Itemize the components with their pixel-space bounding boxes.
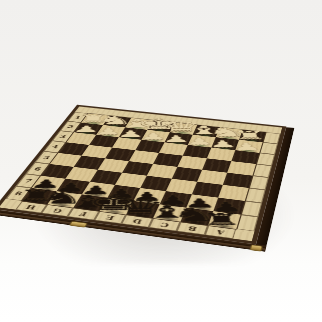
rank-cell-right-8 — [236, 215, 258, 232]
pieces-layer: ♜♞♝♚♛♝♞♜♟♟♟♟♟♟♟♟♟♟♟♟♟♟♟♟♜♞♝♚♛♝♞♜ — [77, 105, 286, 127]
piece-glyph: ♟ — [210, 142, 283, 152]
product-photo-scene: 12345678 HGFEDCBA ♜♞♝♚♛♝♞♜♟♟♟♟♟♟♟♟♟♟♟♟♟♟… — [0, 0, 322, 322]
